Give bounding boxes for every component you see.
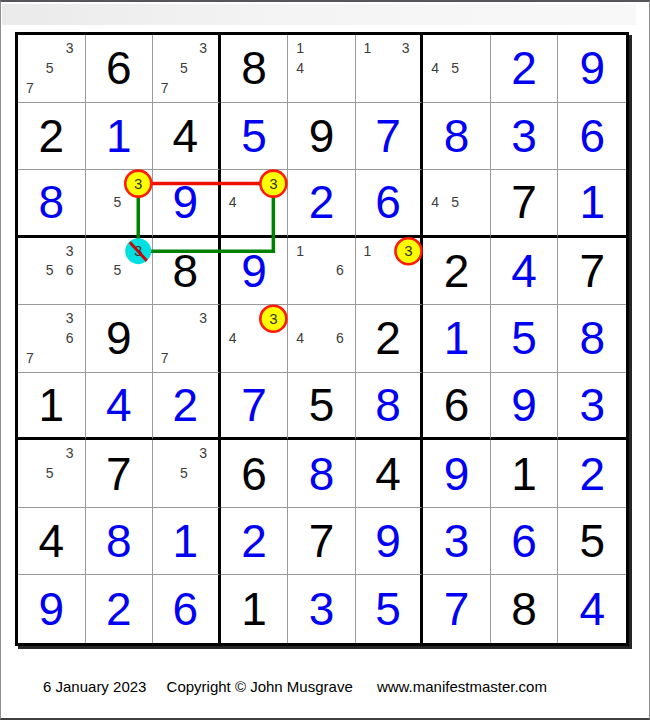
given-digit: 9 [288, 103, 355, 170]
candidate-5: 5 [107, 261, 127, 281]
cell-r9c1[interactable]: 9 [18, 575, 86, 643]
cell-r2c3[interactable]: 4 [153, 103, 221, 171]
cell-r8c1[interactable]: 4 [18, 508, 86, 576]
footer-credits: 6 January 2023 Copyright © John Musgrave… [43, 678, 547, 695]
pencil-marks: 16 [290, 241, 350, 301]
cell-r3c1[interactable]: 8 [18, 170, 86, 238]
footer-date: 6 January 2023 [43, 678, 146, 695]
candidate-4: 4 [223, 192, 243, 211]
page: 3576357814134529214597836859426457135658… [0, 0, 650, 720]
solved-digit: 1 [423, 305, 490, 372]
cell-r2c2[interactable]: 1 [86, 103, 154, 171]
cell-r4c4[interactable]: 9 [221, 238, 289, 306]
pencil-marks: 35 [20, 443, 80, 503]
cell-r9c5[interactable]: 3 [288, 575, 356, 643]
cell-r6c3[interactable]: 2 [153, 373, 221, 441]
given-digit: 8 [153, 238, 218, 305]
cell-r6c1[interactable]: 1 [18, 373, 86, 441]
cell-r8c4[interactable]: 2 [221, 508, 289, 576]
solved-digit: 5 [491, 305, 558, 372]
solved-digit: 3 [558, 373, 626, 438]
cell-r5c3[interactable]: 37 [153, 305, 221, 373]
candidate-6: 6 [60, 261, 80, 281]
solved-digit: 2 [153, 373, 218, 438]
cell-r2c8[interactable]: 3 [491, 103, 559, 171]
candidate-5: 5 [174, 58, 193, 78]
cell-r6c9[interactable]: 3 [558, 373, 626, 441]
solved-digit: 1 [86, 103, 153, 170]
cell-r9c8[interactable]: 8 [491, 575, 559, 643]
cell-r5c6[interactable]: 2 [356, 305, 424, 373]
candidate-3: 3 [60, 308, 80, 328]
cell-r2c7[interactable]: 8 [423, 103, 491, 171]
cell-r4c1[interactable]: 356 [18, 238, 86, 306]
cell-r8c9[interactable]: 5 [558, 508, 626, 576]
pencil-marks: 13 [358, 38, 416, 98]
solved-digit: 2 [86, 575, 153, 643]
cell-r1c8[interactable]: 2 [491, 35, 559, 103]
cell-r7c3[interactable]: 35 [153, 440, 221, 508]
solved-digit: 9 [221, 238, 288, 305]
cell-r5c9[interactable]: 8 [558, 305, 626, 373]
given-digit: 7 [491, 170, 558, 235]
cell-r1c7[interactable]: 45 [423, 35, 491, 103]
candidate-4: 4 [290, 58, 310, 78]
given-digit: 4 [356, 440, 421, 507]
cell-r3c4[interactable]: 4 [221, 170, 289, 238]
solved-digit: 8 [558, 305, 626, 372]
candidate-5: 5 [174, 463, 193, 483]
solved-digit: 9 [153, 170, 218, 235]
cell-r6c2[interactable]: 4 [86, 373, 154, 441]
cell-r3c3[interactable]: 9 [153, 170, 221, 238]
cell-r1c5[interactable]: 14 [288, 35, 356, 103]
given-digit: 6 [423, 373, 490, 438]
given-digit: 5 [288, 373, 355, 438]
pencil-marks: 4 [223, 308, 283, 368]
given-digit: 7 [86, 440, 153, 507]
pencil-marks: 357 [20, 38, 80, 98]
solved-digit: 9 [423, 440, 490, 507]
cell-r1c4[interactable]: 8 [221, 35, 289, 103]
given-digit: 7 [288, 508, 355, 575]
cell-r2c6[interactable]: 7 [356, 103, 424, 171]
candidate-4: 4 [425, 58, 445, 78]
candidate-5: 5 [40, 463, 60, 483]
solved-digit: 7 [423, 575, 490, 643]
cell-r3c7[interactable]: 45 [423, 170, 491, 238]
cell-r9c2[interactable]: 2 [86, 575, 154, 643]
solved-digit: 5 [356, 575, 421, 643]
candidate-4: 4 [290, 328, 310, 348]
solved-digit: 9 [356, 508, 421, 575]
cell-r8c7[interactable]: 3 [423, 508, 491, 576]
given-digit: 7 [558, 238, 626, 305]
cell-r4c2[interactable]: 5 [86, 238, 154, 306]
cell-r9c6[interactable]: 5 [356, 575, 424, 643]
cell-r4c8[interactable]: 4 [491, 238, 559, 306]
solved-digit: 4 [86, 373, 153, 438]
cell-r1c1[interactable]: 357 [18, 35, 86, 103]
candidate-6: 6 [60, 328, 80, 348]
cell-r4c9[interactable]: 7 [558, 238, 626, 306]
cell-r2c1[interactable]: 2 [18, 103, 86, 171]
candidate-4: 4 [223, 328, 243, 348]
cell-r7c8[interactable]: 1 [491, 440, 559, 508]
candidate-6: 6 [330, 328, 350, 348]
cell-r5c7[interactable]: 1 [423, 305, 491, 373]
solved-digit: 7 [221, 373, 288, 438]
solved-digit: 5 [221, 103, 288, 170]
cell-r4c5[interactable]: 16 [288, 238, 356, 306]
candidate-5: 5 [445, 192, 465, 211]
solved-digit: 1 [153, 508, 218, 575]
candidate-3: 3 [60, 443, 80, 463]
solved-digit: 2 [491, 35, 558, 102]
pencil-marks: 4 [223, 173, 283, 231]
cell-r8c2[interactable]: 8 [86, 508, 154, 576]
pencil-marks: 45 [425, 173, 485, 231]
given-digit: 2 [356, 305, 421, 372]
cell-r9c3[interactable]: 6 [153, 575, 221, 643]
cell-r6c7[interactable]: 6 [423, 373, 491, 441]
solved-digit: 9 [491, 373, 558, 438]
given-digit: 4 [153, 103, 218, 170]
cell-r2c5[interactable]: 9 [288, 103, 356, 171]
sudoku-board: 3576357814134529214597836859426457135658… [15, 32, 629, 646]
cell-r7c4[interactable]: 6 [221, 440, 289, 508]
pencil-marks: 356 [20, 241, 80, 301]
cell-r5c1[interactable]: 367 [18, 305, 86, 373]
cell-r9c7[interactable]: 7 [423, 575, 491, 643]
given-digit: 8 [491, 575, 558, 643]
given-digit: 6 [86, 35, 153, 102]
candidate-5: 5 [40, 261, 60, 281]
pencil-marks: 367 [20, 308, 80, 368]
solved-digit: 6 [491, 508, 558, 575]
candidate-1: 1 [290, 241, 310, 261]
cell-r7c2[interactable]: 7 [86, 440, 154, 508]
solved-digit: 8 [288, 440, 355, 507]
candidate-7: 7 [155, 348, 174, 368]
toolbar [2, 4, 636, 25]
footer-copyright: Copyright © John Musgrave [167, 678, 353, 695]
solved-digit: 8 [356, 373, 421, 438]
cell-r6c8[interactable]: 9 [491, 373, 559, 441]
cell-r4c7[interactable]: 2 [423, 238, 491, 306]
solved-digit: 3 [423, 508, 490, 575]
solved-digit: 2 [221, 508, 288, 575]
given-digit: 1 [491, 440, 558, 507]
pencil-marks: 5 [88, 173, 148, 231]
pencil-marks: 1 [358, 241, 416, 301]
candidate-3: 3 [60, 38, 80, 58]
given-digit: 1 [18, 373, 85, 438]
cell-r5c5[interactable]: 46 [288, 305, 356, 373]
pencil-marks: 5 [88, 241, 148, 301]
cell-r1c2[interactable]: 6 [86, 35, 154, 103]
cell-r8c6[interactable]: 9 [356, 508, 424, 576]
cell-r3c5[interactable]: 2 [288, 170, 356, 238]
solved-digit: 3 [288, 575, 355, 643]
pencil-marks: 357 [155, 38, 213, 98]
candidate-5: 5 [445, 58, 465, 78]
pencil-marks: 46 [290, 308, 350, 368]
cell-r4c6[interactable]: 1 [356, 238, 424, 306]
solved-digit: 9 [18, 575, 85, 643]
cell-r7c1[interactable]: 35 [18, 440, 86, 508]
solved-digit: 3 [491, 103, 558, 170]
solved-digit: 4 [558, 575, 626, 643]
solved-digit: 6 [356, 170, 421, 235]
cell-r8c3[interactable]: 1 [153, 508, 221, 576]
candidate-4: 4 [425, 192, 445, 211]
given-digit: 6 [221, 440, 288, 507]
candidate-3: 3 [60, 241, 80, 261]
solved-digit: 4 [491, 238, 558, 305]
solved-digit: 8 [423, 103, 490, 170]
candidate-7: 7 [20, 78, 40, 98]
solved-digit: 8 [86, 508, 153, 575]
given-digit: 4 [18, 508, 85, 575]
candidate-1: 1 [358, 38, 377, 58]
solved-digit: 1 [558, 170, 626, 235]
cell-r9c4[interactable]: 1 [221, 575, 289, 643]
cell-r4c3[interactable]: 8 [153, 238, 221, 306]
pencil-marks: 35 [155, 443, 213, 503]
cell-r6c6[interactable]: 8 [356, 373, 424, 441]
cell-r3c9[interactable]: 1 [558, 170, 626, 238]
cell-r1c6[interactable]: 13 [356, 35, 424, 103]
pencil-marks: 37 [155, 308, 213, 368]
given-digit: 2 [423, 238, 490, 305]
pencil-marks: 45 [425, 38, 485, 98]
cell-r3c6[interactable]: 6 [356, 170, 424, 238]
footer-url: www.manifestmaster.com [377, 678, 547, 695]
cell-r7c7[interactable]: 9 [423, 440, 491, 508]
candidate-3: 3 [193, 308, 212, 328]
candidate-1: 1 [358, 241, 377, 261]
cell-r5c8[interactable]: 5 [491, 305, 559, 373]
candidate-5: 5 [40, 58, 60, 78]
cell-r7c5[interactable]: 8 [288, 440, 356, 508]
cell-r6c4[interactable]: 7 [221, 373, 289, 441]
candidate-1: 1 [290, 38, 310, 58]
cell-r2c9[interactable]: 6 [558, 103, 626, 171]
candidate-3: 3 [193, 443, 212, 463]
candidate-7: 7 [155, 78, 174, 98]
given-digit: 8 [221, 35, 288, 102]
candidate-6: 6 [330, 261, 350, 281]
cell-r1c3[interactable]: 357 [153, 35, 221, 103]
candidate-3: 3 [396, 38, 415, 58]
cell-r8c8[interactable]: 6 [491, 508, 559, 576]
solved-digit: 6 [153, 575, 218, 643]
cell-r3c8[interactable]: 7 [491, 170, 559, 238]
given-digit: 2 [18, 103, 85, 170]
cell-r5c2[interactable]: 9 [86, 305, 154, 373]
given-digit: 5 [558, 508, 626, 575]
given-digit: 1 [221, 575, 288, 643]
solved-digit: 6 [558, 103, 626, 170]
solved-digit: 8 [18, 170, 85, 235]
candidate-3: 3 [193, 38, 212, 58]
cell-r8c5[interactable]: 7 [288, 508, 356, 576]
solved-digit: 7 [356, 103, 421, 170]
candidate-7: 7 [20, 348, 40, 368]
solved-digit: 9 [558, 35, 626, 102]
cell-r9c9[interactable]: 4 [558, 575, 626, 643]
cell-r7c9[interactable]: 2 [558, 440, 626, 508]
solved-digit: 2 [558, 440, 626, 507]
candidate-5: 5 [107, 192, 127, 211]
cell-r3c2[interactable]: 5 [86, 170, 154, 238]
cell-r2c4[interactable]: 5 [221, 103, 289, 171]
given-digit: 9 [86, 305, 153, 372]
cell-r1c9[interactable]: 9 [558, 35, 626, 103]
cell-r5c4[interactable]: 4 [221, 305, 289, 373]
solved-digit: 2 [288, 170, 355, 235]
cell-r6c5[interactable]: 5 [288, 373, 356, 441]
pencil-marks: 14 [290, 38, 350, 98]
cell-r7c6[interactable]: 4 [356, 440, 424, 508]
